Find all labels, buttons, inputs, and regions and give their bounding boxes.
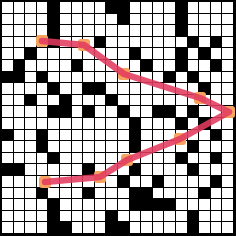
cell-r11-c17-white[interactable] [199,130,211,142]
cell-r19-c12-white[interactable] [141,222,153,234]
cell-r2-c4-black[interactable] [48,25,60,37]
cell-r18-c10-white[interactable] [118,211,130,223]
cell-r19-c14-white[interactable] [164,222,176,234]
cell-r10-c18-white[interactable] [211,118,223,130]
cell-r4-c7-white[interactable] [83,48,95,60]
cell-r12-c5-white[interactable] [60,141,72,153]
cell-r10-c10-white[interactable] [118,118,130,130]
cell-r14-c4-white[interactable] [48,164,60,176]
cell-r13-c16-white[interactable] [188,153,200,165]
cell-r2-c6-white[interactable] [72,25,84,37]
cell-r4-c2-black[interactable] [25,48,37,60]
cell-r5-c0-white[interactable] [2,60,14,72]
cell-r11-c15-white[interactable] [176,130,188,142]
cell-r4-c14-white[interactable] [164,48,176,60]
cell-r5-c10-white[interactable] [118,60,130,72]
cell-r13-c13-white[interactable] [153,153,165,165]
cell-r12-c1-white[interactable] [14,141,26,153]
cell-r4-c19-white[interactable] [222,48,234,60]
cell-r3-c4-black[interactable] [48,37,60,49]
cell-r14-c17-white[interactable] [199,164,211,176]
cell-r0-c8-white[interactable] [95,2,107,14]
cell-r14-c16-black[interactable] [188,164,200,176]
cell-r15-c0-white[interactable] [2,176,14,188]
cell-r14-c5-white[interactable] [60,164,72,176]
cell-r6-c5-white[interactable] [60,72,72,84]
cell-r10-c16-white[interactable] [188,118,200,130]
cell-r19-c16-black[interactable] [188,222,200,234]
cell-r2-c8-white[interactable] [95,25,107,37]
cell-r11-c10-white[interactable] [118,130,130,142]
cell-r2-c15-black[interactable] [176,25,188,37]
cell-r9-c13-black[interactable] [153,106,165,118]
cell-r2-c16-white[interactable] [188,25,200,37]
cell-r12-c19-white[interactable] [222,141,234,153]
cell-r4-c16-white[interactable] [188,48,200,60]
cell-r5-c2-white[interactable] [25,60,37,72]
cell-r18-c9-black[interactable] [106,211,118,223]
cell-r19-c3-white[interactable] [37,222,49,234]
cell-r14-c3-white[interactable] [37,164,49,176]
cell-r15-c16-white[interactable] [188,176,200,188]
cell-r6-c19-white[interactable] [222,72,234,84]
cell-r3-c19-white[interactable] [222,37,234,49]
cell-r16-c7-black[interactable] [83,188,95,200]
cell-r7-c16-white[interactable] [188,83,200,95]
cell-r3-c16-black[interactable] [188,37,200,49]
cell-r14-c8-white[interactable] [95,164,107,176]
cell-r9-c11-white[interactable] [130,106,142,118]
cell-r0-c6-white[interactable] [72,2,84,14]
cell-r17-c7-white[interactable] [83,199,95,211]
cell-r1-c7-white[interactable] [83,14,95,26]
cell-r6-c2-white[interactable] [25,72,37,84]
cell-r18-c4-black[interactable] [48,211,60,223]
cell-r1-c0-white[interactable] [2,14,14,26]
cell-r10-c6-white[interactable] [72,118,84,130]
cell-r7-c19-white[interactable] [222,83,234,95]
cell-r4-c9-white[interactable] [106,48,118,60]
cell-r6-c15-white[interactable] [176,72,188,84]
cell-r3-c10-white[interactable] [118,37,130,49]
cell-r9-c12-white[interactable] [141,106,153,118]
cell-r1-c4-black[interactable] [48,14,60,26]
cell-r0-c4-black[interactable] [48,2,60,14]
cell-r10-c3-white[interactable] [37,118,49,130]
cell-r13-c18-black[interactable] [211,153,223,165]
cell-r1-c9-white[interactable] [106,14,118,26]
cell-r11-c0-black[interactable] [2,130,14,142]
cell-r6-c6-white[interactable] [72,72,84,84]
cell-r5-c1-black[interactable] [14,60,26,72]
cell-r13-c12-white[interactable] [141,153,153,165]
cell-r7-c1-white[interactable] [14,83,26,95]
cell-r7-c9-white[interactable] [106,83,118,95]
cell-r11-c1-white[interactable] [14,130,26,142]
cell-r14-c2-white[interactable] [25,164,37,176]
cell-r2-c0-white[interactable] [2,25,14,37]
cell-r19-c15-white[interactable] [176,222,188,234]
cell-r1-c2-white[interactable] [25,14,37,26]
cell-r5-c14-white[interactable] [164,60,176,72]
cell-r9-c14-black[interactable] [164,106,176,118]
cell-r18-c12-white[interactable] [141,211,153,223]
cell-r17-c16-white[interactable] [188,199,200,211]
cell-r9-c1-white[interactable] [14,106,26,118]
cell-r13-c15-black[interactable] [176,153,188,165]
cell-r1-c11-white[interactable] [130,14,142,26]
cell-r5-c17-white[interactable] [199,60,211,72]
cell-r3-c15-white[interactable] [176,37,188,49]
cell-r18-c1-white[interactable] [14,211,26,223]
cell-r2-c19-white[interactable] [222,25,234,37]
cell-r7-c13-white[interactable] [153,83,165,95]
cell-r10-c19-white[interactable] [222,118,234,130]
cell-r19-c8-white[interactable] [95,222,107,234]
cell-r16-c8-white[interactable] [95,188,107,200]
cell-r7-c3-white[interactable] [37,83,49,95]
cell-r17-c17-white[interactable] [199,199,211,211]
cell-r6-c10-white[interactable] [118,72,130,84]
cell-r2-c13-white[interactable] [153,25,165,37]
cell-r12-c15-white[interactable] [176,141,188,153]
cell-r14-c12-white[interactable] [141,164,153,176]
cell-r1-c19-white[interactable] [222,14,234,26]
cell-r15-c9-white[interactable] [106,176,118,188]
cell-r8-c1-white[interactable] [14,95,26,107]
cell-r15-c7-white[interactable] [83,176,95,188]
cell-r1-c3-white[interactable] [37,14,49,26]
cell-r4-c17-black[interactable] [199,48,211,60]
cell-r7-c0-white[interactable] [2,83,14,95]
cell-r17-c9-white[interactable] [106,199,118,211]
cell-r3-c6-white[interactable] [72,37,84,49]
cell-r15-c1-white[interactable] [14,176,26,188]
cell-r17-c2-white[interactable] [25,199,37,211]
cell-r15-c19-white[interactable] [222,176,234,188]
cell-r1-c13-white[interactable] [153,14,165,26]
cell-r19-c7-white[interactable] [83,222,95,234]
cell-r7-c5-white[interactable] [60,83,72,95]
cell-r16-c13-white[interactable] [153,188,165,200]
cell-r0-c7-white[interactable] [83,2,95,14]
cell-r8-c2-black[interactable] [25,95,37,107]
cell-r0-c18-white[interactable] [211,2,223,14]
cell-r12-c14-white[interactable] [164,141,176,153]
cell-r19-c10-black[interactable] [118,222,130,234]
cell-r15-c8-white[interactable] [95,176,107,188]
cell-r7-c8-black[interactable] [95,83,107,95]
cell-r18-c7-white[interactable] [83,211,95,223]
cell-r13-c2-white[interactable] [25,153,37,165]
cell-r7-c11-white[interactable] [130,83,142,95]
cell-r11-c9-white[interactable] [106,130,118,142]
cell-r7-c15-white[interactable] [176,83,188,95]
cell-r6-c9-white[interactable] [106,72,118,84]
cell-r12-c17-white[interactable] [199,141,211,153]
cell-r8-c10-white[interactable] [118,95,130,107]
cell-r8-c14-white[interactable] [164,95,176,107]
cell-r16-c5-white[interactable] [60,188,72,200]
cell-r2-c7-white[interactable] [83,25,95,37]
cell-r8-c4-white[interactable] [48,95,60,107]
cell-r12-c9-white[interactable] [106,141,118,153]
cell-r12-c4-white[interactable] [48,141,60,153]
cell-r14-c19-white[interactable] [222,164,234,176]
cell-r4-c10-white[interactable] [118,48,130,60]
cell-r16-c4-white[interactable] [48,188,60,200]
cell-r1-c16-white[interactable] [188,14,200,26]
cell-r15-c13-black[interactable] [153,176,165,188]
cell-r8-c3-white[interactable] [37,95,49,107]
cell-r18-c16-black[interactable] [188,211,200,223]
cell-r2-c3-white[interactable] [37,25,49,37]
cell-r8-c19-white[interactable] [222,95,234,107]
cell-r1-c8-white[interactable] [95,14,107,26]
cell-r13-c10-white[interactable] [118,153,130,165]
cell-r8-c13-white[interactable] [153,95,165,107]
cell-r15-c12-white[interactable] [141,176,153,188]
cell-r6-c7-white[interactable] [83,72,95,84]
cell-r18-c3-white[interactable] [37,211,49,223]
cell-r6-c17-white[interactable] [199,72,211,84]
cell-r14-c1-black[interactable] [14,164,26,176]
cell-r11-c6-white[interactable] [72,130,84,142]
cell-r7-c7-black[interactable] [83,83,95,95]
cell-r3-c14-white[interactable] [164,37,176,49]
cell-r5-c15-black[interactable] [176,60,188,72]
cell-r13-c5-white[interactable] [60,153,72,165]
cell-r9-c19-white[interactable] [222,106,234,118]
cell-r13-c0-white[interactable] [2,153,14,165]
cell-r12-c11-black[interactable] [130,141,142,153]
cell-r6-c4-white[interactable] [48,72,60,84]
cell-r7-c12-white[interactable] [141,83,153,95]
cell-r2-c2-white[interactable] [25,25,37,37]
cell-r13-c7-white[interactable] [83,153,95,165]
cell-r18-c5-white[interactable] [60,211,72,223]
cell-r6-c11-white[interactable] [130,72,142,84]
cell-r14-c13-white[interactable] [153,164,165,176]
cell-r17-c10-white[interactable] [118,199,130,211]
cell-r3-c1-white[interactable] [14,37,26,49]
cell-r8-c17-white[interactable] [199,95,211,107]
cell-r15-c10-black[interactable] [118,176,130,188]
cell-r15-c14-white[interactable] [164,176,176,188]
cell-r0-c17-white[interactable] [199,2,211,14]
cell-r2-c9-white[interactable] [106,25,118,37]
cell-r18-c0-white[interactable] [2,211,14,223]
cell-r16-c16-white[interactable] [188,188,200,200]
cell-r5-c13-white[interactable] [153,60,165,72]
cell-r10-c5-white[interactable] [60,118,72,130]
cell-r1-c14-white[interactable] [164,14,176,26]
cell-r10-c13-white[interactable] [153,118,165,130]
cell-r13-c4-black[interactable] [48,153,60,165]
cell-r7-c17-black[interactable] [199,83,211,95]
cell-r8-c16-white[interactable] [188,95,200,107]
cell-r16-c2-white[interactable] [25,188,37,200]
cell-r18-c18-white[interactable] [211,211,223,223]
cell-r1-c5-white[interactable] [60,14,72,26]
cell-r12-c3-black[interactable] [37,141,49,153]
cell-r10-c2-white[interactable] [25,118,37,130]
cell-r11-c14-white[interactable] [164,130,176,142]
cell-r5-c12-black[interactable] [141,60,153,72]
cell-r0-c14-white[interactable] [164,2,176,14]
cell-r10-c12-white[interactable] [141,118,153,130]
cell-r4-c6-white[interactable] [72,48,84,60]
cell-r0-c10-black[interactable] [118,2,130,14]
cell-r16-c1-white[interactable] [14,188,26,200]
cell-r16-c0-white[interactable] [2,188,14,200]
cell-r15-c6-white[interactable] [72,176,84,188]
cell-r15-c17-white[interactable] [199,176,211,188]
cell-r0-c11-white[interactable] [130,2,142,14]
cell-r11-c16-white[interactable] [188,130,200,142]
cell-r5-c11-white[interactable] [130,60,142,72]
cell-r0-c3-white[interactable] [37,2,49,14]
cell-r16-c17-black[interactable] [199,188,211,200]
cell-r5-c8-white[interactable] [95,60,107,72]
cell-r15-c5-white[interactable] [60,176,72,188]
cell-r10-c15-black[interactable] [176,118,188,130]
cell-r16-c12-black[interactable] [141,188,153,200]
cell-r5-c3-white[interactable] [37,60,49,72]
cell-r0-c0-white[interactable] [2,2,14,14]
cell-r16-c11-black[interactable] [130,188,142,200]
cell-r6-c0-black[interactable] [2,72,14,84]
cell-r17-c0-white[interactable] [2,199,14,211]
cell-r4-c0-white[interactable] [2,48,14,60]
cell-r18-c13-white[interactable] [153,211,165,223]
cell-r18-c15-white[interactable] [176,211,188,223]
cell-r11-c4-white[interactable] [48,130,60,142]
cell-r7-c4-black[interactable] [48,83,60,95]
cell-r1-c1-white[interactable] [14,14,26,26]
cell-r1-c10-black[interactable] [118,14,130,26]
cell-r17-c18-white[interactable] [211,199,223,211]
cell-r4-c13-white[interactable] [153,48,165,60]
cell-r5-c6-black[interactable] [72,60,84,72]
cell-r18-c8-white[interactable] [95,211,107,223]
cell-r14-c0-black[interactable] [2,164,14,176]
cell-r12-c8-white[interactable] [95,141,107,153]
cell-r18-c19-white[interactable] [222,211,234,223]
cell-r18-c17-white[interactable] [199,211,211,223]
cell-r1-c17-white[interactable] [199,14,211,26]
cell-r19-c4-black[interactable] [48,222,60,234]
cell-r5-c16-white[interactable] [188,60,200,72]
cell-r9-c0-white[interactable] [2,106,14,118]
cell-r6-c3-black[interactable] [37,72,49,84]
cell-r16-c15-white[interactable] [176,188,188,200]
cell-r7-c10-white[interactable] [118,83,130,95]
cell-r2-c18-white[interactable] [211,25,223,37]
cell-r17-c15-white[interactable] [176,199,188,211]
cell-r12-c10-white[interactable] [118,141,130,153]
cell-r11-c13-white[interactable] [153,130,165,142]
cell-r1-c6-white[interactable] [72,14,84,26]
cell-r12-c0-white[interactable] [2,141,14,153]
cell-r17-c6-white[interactable] [72,199,84,211]
cell-r17-c1-white[interactable] [14,199,26,211]
cell-r3-c3-white[interactable] [37,37,49,49]
cell-r5-c19-white[interactable] [222,60,234,72]
cell-r9-c4-black[interactable] [48,106,60,118]
cell-r17-c4-black[interactable] [48,199,60,211]
cell-r9-c3-white[interactable] [37,106,49,118]
cell-r4-c11-black[interactable] [130,48,142,60]
cell-r0-c5-white[interactable] [60,2,72,14]
cell-r1-c12-white[interactable] [141,14,153,26]
cell-r19-c5-black[interactable] [60,222,72,234]
cell-r2-c12-white[interactable] [141,25,153,37]
cell-r13-c19-white[interactable] [222,153,234,165]
cell-r6-c16-black[interactable] [188,72,200,84]
cell-r16-c19-white[interactable] [222,188,234,200]
cell-r19-c19-white[interactable] [222,222,234,234]
cell-r19-c1-white[interactable] [14,222,26,234]
cell-r11-c11-black[interactable] [130,130,142,142]
cell-r11-c12-white[interactable] [141,130,153,142]
cell-r8-c15-white[interactable] [176,95,188,107]
cell-r4-c18-white[interactable] [211,48,223,60]
cell-r2-c17-white[interactable] [199,25,211,37]
cell-r9-c5-black[interactable] [60,106,72,118]
cell-r2-c1-white[interactable] [14,25,26,37]
cell-r14-c6-white[interactable] [72,164,84,176]
cell-r10-c14-white[interactable] [164,118,176,130]
cell-r7-c14-white[interactable] [164,83,176,95]
cell-r12-c16-black[interactable] [188,141,200,153]
cell-r6-c1-black[interactable] [14,72,26,84]
cell-r10-c8-white[interactable] [95,118,107,130]
cell-r4-c15-black[interactable] [176,48,188,60]
cell-r4-c1-white[interactable] [14,48,26,60]
cell-r12-c2-white[interactable] [25,141,37,153]
cell-r9-c18-white[interactable] [211,106,223,118]
cell-r3-c12-white[interactable] [141,37,153,49]
cell-r8-c8-white[interactable] [95,95,107,107]
cell-r15-c15-white[interactable] [176,176,188,188]
cell-r3-c7-white[interactable] [83,37,95,49]
cell-r7-c6-white[interactable] [72,83,84,95]
cell-r17-c14-black[interactable] [164,199,176,211]
cell-r13-c11-white[interactable] [130,153,142,165]
cell-r3-c2-white[interactable] [25,37,37,49]
cell-r8-c18-white[interactable] [211,95,223,107]
cell-r13-c17-white[interactable] [199,153,211,165]
cell-r0-c19-white[interactable] [222,2,234,14]
cell-r5-c7-white[interactable] [83,60,95,72]
cell-r17-c11-black[interactable] [130,199,142,211]
cell-r17-c12-black[interactable] [141,199,153,211]
cell-r6-c12-white[interactable] [141,72,153,84]
cell-r3-c5-white[interactable] [60,37,72,49]
cell-r11-c2-white[interactable] [25,130,37,142]
cell-r13-c14-white[interactable] [164,153,176,165]
cell-r3-c18-black[interactable] [211,37,223,49]
cell-r16-c9-white[interactable] [106,188,118,200]
cell-r9-c8-white[interactable] [95,106,107,118]
cell-r15-c18-black[interactable] [211,176,223,188]
cell-r18-c6-white[interactable] [72,211,84,223]
cell-r4-c8-white[interactable] [95,48,107,60]
cell-r9-c16-black[interactable] [188,106,200,118]
cell-r10-c1-white[interactable] [14,118,26,130]
cell-r9-c9-white[interactable] [106,106,118,118]
